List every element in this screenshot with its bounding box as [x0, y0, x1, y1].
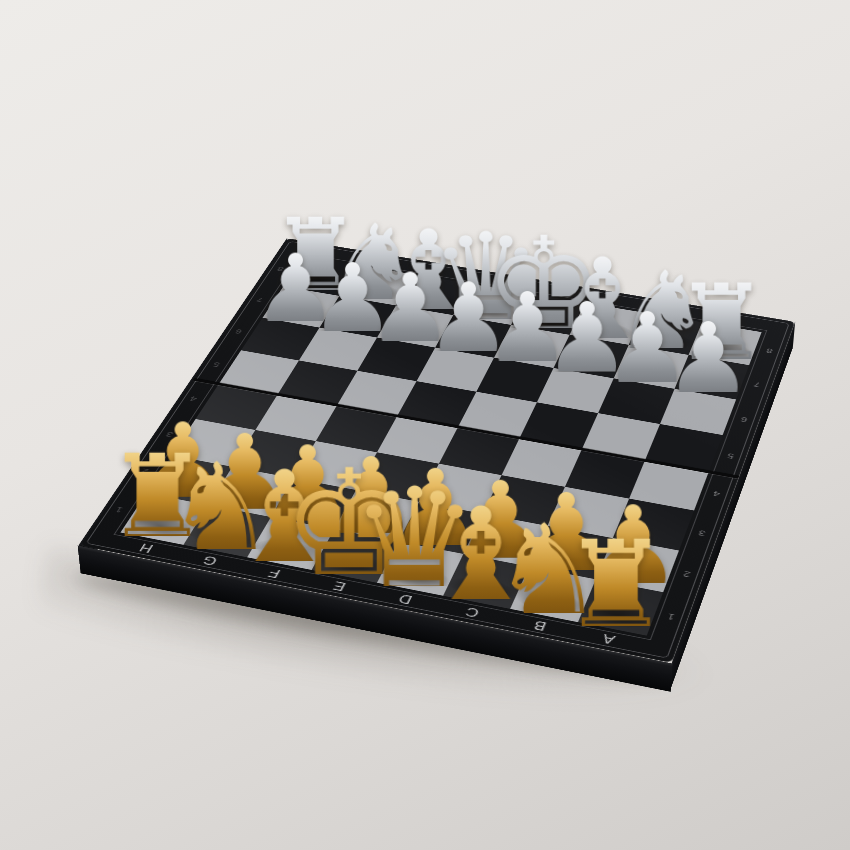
gold-rook-glyph: ♜ [517, 498, 715, 619]
